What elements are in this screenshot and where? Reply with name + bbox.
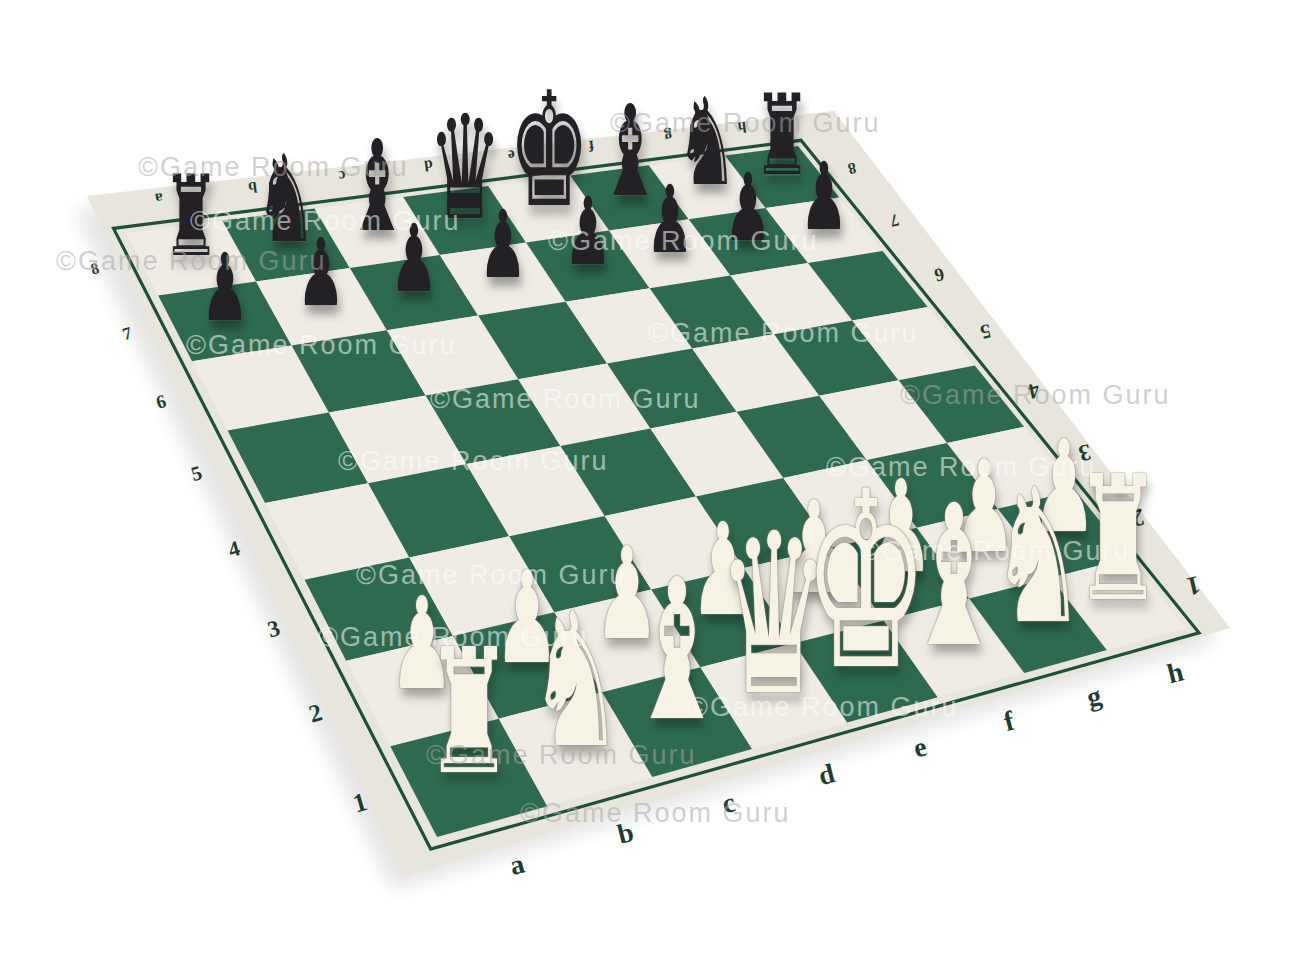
file-label-near-d: d [815,757,838,791]
file-label-near-b: b [614,816,636,850]
product-photo-scene: aabbccddeeffgghh8877665544332211 ♜♞♝♛♚♝♞… [0,0,1315,970]
file-label-near-c: c [719,786,738,819]
file-label-near-g: g [1083,679,1104,712]
file-label-near-e: e [910,730,929,763]
board-squares [126,146,1186,837]
chessboard: aabbccddeeffgghh8877665544332211 [0,0,1315,970]
file-label-near-h: h [1164,656,1186,690]
file-label-near-f: f [1001,705,1018,737]
file-label-near-a: a [506,848,527,881]
